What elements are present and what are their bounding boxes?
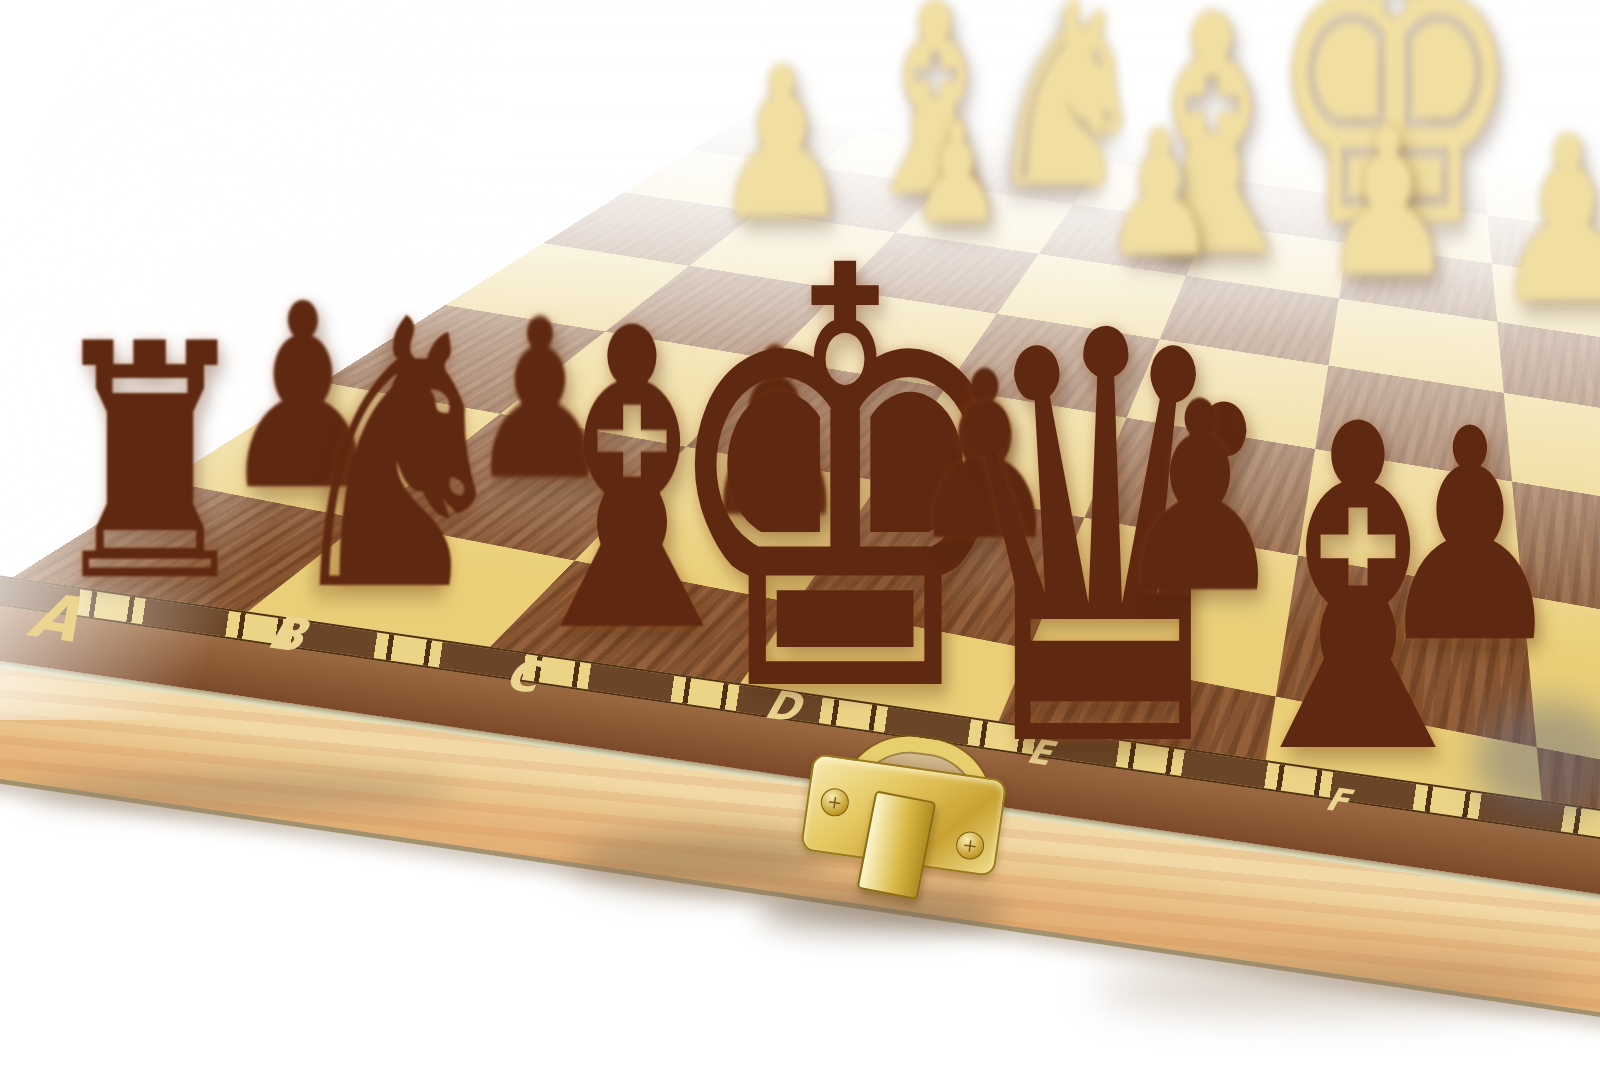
light-pawn[interactable]: ♟ — [1320, 101, 1455, 305]
light-pawn[interactable]: ♟ — [1492, 108, 1600, 336]
pieces-layer: ♟♝♟♞♝♟♚♟♟♜♟♞♟♝♟♚♟♛♟♝♟ — [0, 0, 1600, 1066]
dark-pawn[interactable]: ♟ — [1373, 391, 1567, 684]
chess-set-photo: ABCDEF ♟♝♟♞♝♟♚♟♟♜♟♞♟♝♟♚♟♛♟♝♟ + + — [0, 0, 1600, 1066]
brass-clasp[interactable]: + + — [785, 738, 1021, 931]
